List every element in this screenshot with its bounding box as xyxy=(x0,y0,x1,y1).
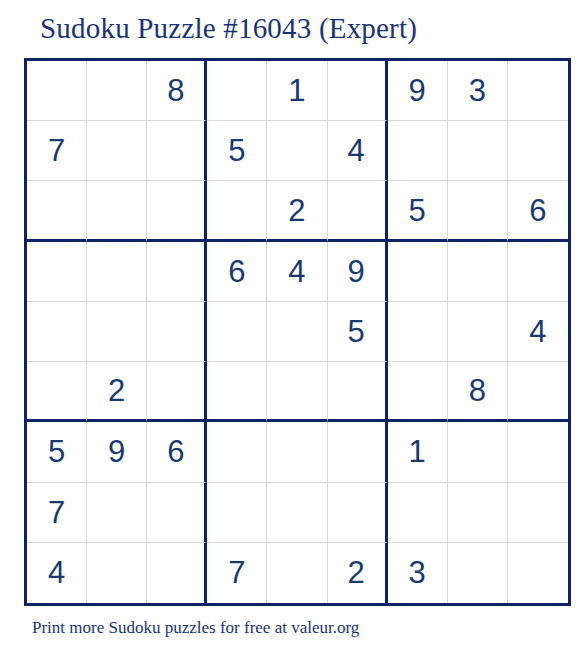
cell-r5c2 xyxy=(87,302,147,362)
cell-r8c2 xyxy=(87,483,147,543)
cell-r7c1: 5 xyxy=(27,422,87,482)
cell-r4c7 xyxy=(388,242,448,302)
cell-r8c8 xyxy=(448,483,508,543)
cell-r3c1 xyxy=(27,181,87,241)
cell-r5c6: 5 xyxy=(328,302,388,362)
cell-r7c2: 9 xyxy=(87,422,147,482)
cell-r8c6 xyxy=(328,483,388,543)
cell-r1c9 xyxy=(508,61,568,121)
cell-r7c8 xyxy=(448,422,508,482)
cell-r9c5 xyxy=(267,543,327,603)
cell-r4c1 xyxy=(27,242,87,302)
cell-r8c1: 7 xyxy=(27,483,87,543)
cell-r6c8: 8 xyxy=(448,362,508,422)
cell-r6c6 xyxy=(328,362,388,422)
cell-r3c9: 6 xyxy=(508,181,568,241)
cell-r3c8 xyxy=(448,181,508,241)
cell-r9c2 xyxy=(87,543,147,603)
cell-r2c7 xyxy=(388,121,448,181)
cell-r9c9 xyxy=(508,543,568,603)
cell-r7c6 xyxy=(328,422,388,482)
cell-r8c4 xyxy=(207,483,267,543)
cell-r8c9 xyxy=(508,483,568,543)
cell-r2c1: 7 xyxy=(27,121,87,181)
cell-r7c5 xyxy=(267,422,327,482)
cell-r1c5: 1 xyxy=(267,61,327,121)
cell-r1c1 xyxy=(27,61,87,121)
cell-r6c3 xyxy=(147,362,207,422)
cell-r6c1 xyxy=(27,362,87,422)
cell-r4c6: 9 xyxy=(328,242,388,302)
cell-r6c2: 2 xyxy=(87,362,147,422)
cell-r1c8: 3 xyxy=(448,61,508,121)
cell-r9c8 xyxy=(448,543,508,603)
cell-r8c7 xyxy=(388,483,448,543)
cell-r7c7: 1 xyxy=(388,422,448,482)
cell-r4c2 xyxy=(87,242,147,302)
cell-r6c4 xyxy=(207,362,267,422)
cell-r2c9 xyxy=(508,121,568,181)
cell-r2c8 xyxy=(448,121,508,181)
cell-r2c6: 4 xyxy=(328,121,388,181)
cell-r5c5 xyxy=(267,302,327,362)
cell-r9c4: 7 xyxy=(207,543,267,603)
cell-r9c3 xyxy=(147,543,207,603)
page-title: Sudoku Puzzle #16043 (Expert) xyxy=(40,12,417,45)
cell-r5c4 xyxy=(207,302,267,362)
cell-r2c3 xyxy=(147,121,207,181)
cell-r4c5: 4 xyxy=(267,242,327,302)
cell-r5c3 xyxy=(147,302,207,362)
cell-r3c7: 5 xyxy=(388,181,448,241)
cell-r8c3 xyxy=(147,483,207,543)
cell-r3c3 xyxy=(147,181,207,241)
cell-r4c4: 6 xyxy=(207,242,267,302)
cell-r1c4 xyxy=(207,61,267,121)
cell-r8c5 xyxy=(267,483,327,543)
cell-r4c8 xyxy=(448,242,508,302)
cell-r7c9 xyxy=(508,422,568,482)
cell-r6c9 xyxy=(508,362,568,422)
cell-r3c6 xyxy=(328,181,388,241)
cell-r3c2 xyxy=(87,181,147,241)
cell-r1c7: 9 xyxy=(388,61,448,121)
cell-r9c6: 2 xyxy=(328,543,388,603)
cell-r6c7 xyxy=(388,362,448,422)
cell-r5c9: 4 xyxy=(508,302,568,362)
cell-r9c1: 4 xyxy=(27,543,87,603)
cell-r4c9 xyxy=(508,242,568,302)
cell-r6c5 xyxy=(267,362,327,422)
cell-r7c3: 6 xyxy=(147,422,207,482)
sudoku-grid: 81937542566495428596174723 xyxy=(24,58,571,606)
cell-r1c2 xyxy=(87,61,147,121)
cell-r9c7: 3 xyxy=(388,543,448,603)
cell-r1c6 xyxy=(328,61,388,121)
cell-r3c5: 2 xyxy=(267,181,327,241)
cell-r5c1 xyxy=(27,302,87,362)
cell-r3c4 xyxy=(207,181,267,241)
cell-r1c3: 8 xyxy=(147,61,207,121)
cell-r5c8 xyxy=(448,302,508,362)
cell-r2c4: 5 xyxy=(207,121,267,181)
footer-text: Print more Sudoku puzzles for free at va… xyxy=(32,618,359,638)
cell-r7c4 xyxy=(207,422,267,482)
cell-r2c2 xyxy=(87,121,147,181)
cell-r5c7 xyxy=(388,302,448,362)
cell-r4c3 xyxy=(147,242,207,302)
cell-r2c5 xyxy=(267,121,327,181)
